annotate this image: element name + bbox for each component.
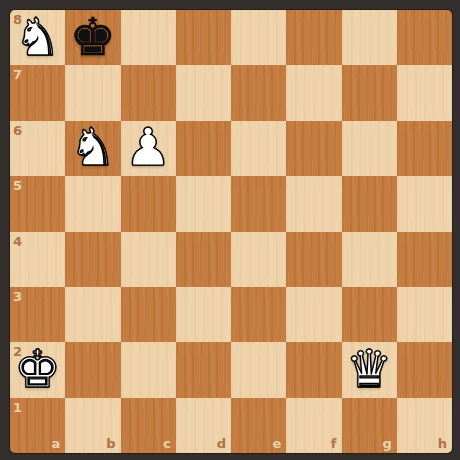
square-g6[interactable] (342, 121, 397, 176)
square-b3[interactable] (65, 287, 120, 342)
square-c6[interactable]: ♟ (121, 121, 176, 176)
white-pawn-c6[interactable]: ♟ (125, 121, 172, 173)
square-c4[interactable] (121, 232, 176, 287)
file-label-a: a (51, 437, 60, 450)
square-c1[interactable]: c (121, 398, 176, 453)
square-e5[interactable] (231, 176, 286, 231)
square-d5[interactable] (176, 176, 231, 231)
square-d4[interactable] (176, 232, 231, 287)
square-g7[interactable] (342, 65, 397, 120)
square-a8[interactable]: 8♞ (10, 10, 65, 65)
square-h2[interactable] (397, 342, 452, 397)
square-e1[interactable]: e (231, 398, 286, 453)
square-f6[interactable] (286, 121, 341, 176)
file-label-c: c (163, 437, 171, 450)
white-knight-a8[interactable]: ♞ (14, 11, 61, 63)
square-f1[interactable]: f (286, 398, 341, 453)
rank-label-7: 7 (13, 68, 22, 81)
rank-label-6: 6 (13, 124, 22, 137)
square-d2[interactable] (176, 342, 231, 397)
square-a3[interactable]: 3 (10, 287, 65, 342)
square-b6[interactable]: ♞ (65, 121, 120, 176)
square-h8[interactable] (397, 10, 452, 65)
square-f2[interactable] (286, 342, 341, 397)
square-f4[interactable] (286, 232, 341, 287)
square-b7[interactable] (65, 65, 120, 120)
square-a6[interactable]: 6 (10, 121, 65, 176)
square-d6[interactable] (176, 121, 231, 176)
rank-label-4: 4 (13, 235, 22, 248)
square-g3[interactable] (342, 287, 397, 342)
rank-label-1: 1 (13, 401, 22, 414)
square-c5[interactable] (121, 176, 176, 231)
black-king-b8[interactable]: ♚ (70, 11, 117, 63)
square-c2[interactable] (121, 342, 176, 397)
square-f3[interactable] (286, 287, 341, 342)
square-e6[interactable] (231, 121, 286, 176)
square-h3[interactable] (397, 287, 452, 342)
square-h7[interactable] (397, 65, 452, 120)
square-h5[interactable] (397, 176, 452, 231)
rank-label-5: 5 (13, 179, 22, 192)
square-e2[interactable] (231, 342, 286, 397)
square-a5[interactable]: 5 (10, 176, 65, 231)
file-label-e: e (272, 437, 281, 450)
rank-label-3: 3 (13, 290, 22, 303)
white-queen-g2[interactable]: ♛ (346, 343, 393, 395)
square-e4[interactable] (231, 232, 286, 287)
square-g4[interactable] (342, 232, 397, 287)
square-b1[interactable]: b (65, 398, 120, 453)
square-e8[interactable] (231, 10, 286, 65)
square-h1[interactable]: h (397, 398, 452, 453)
square-f8[interactable] (286, 10, 341, 65)
file-label-f: f (331, 437, 337, 450)
square-f7[interactable] (286, 65, 341, 120)
square-d7[interactable] (176, 65, 231, 120)
chess-board: 8♞♚76♞♟5432♚♛1abcdefgh (10, 10, 452, 453)
file-label-h: h (438, 437, 447, 450)
square-f5[interactable] (286, 176, 341, 231)
square-b2[interactable] (65, 342, 120, 397)
square-b5[interactable] (65, 176, 120, 231)
square-g2[interactable]: ♛ (342, 342, 397, 397)
square-e3[interactable] (231, 287, 286, 342)
square-b4[interactable] (65, 232, 120, 287)
square-g1[interactable]: g (342, 398, 397, 453)
square-a7[interactable]: 7 (10, 65, 65, 120)
square-c8[interactable] (121, 10, 176, 65)
white-knight-b6[interactable]: ♞ (70, 121, 117, 173)
square-a4[interactable]: 4 (10, 232, 65, 287)
square-d3[interactable] (176, 287, 231, 342)
square-g8[interactable] (342, 10, 397, 65)
white-king-a2[interactable]: ♚ (14, 343, 61, 395)
square-g5[interactable] (342, 176, 397, 231)
square-a1[interactable]: 1a (10, 398, 65, 453)
square-c7[interactable] (121, 65, 176, 120)
square-a2[interactable]: 2♚ (10, 342, 65, 397)
square-b8[interactable]: ♚ (65, 10, 120, 65)
square-h6[interactable] (397, 121, 452, 176)
square-d1[interactable]: d (176, 398, 231, 453)
file-label-d: d (217, 437, 226, 450)
square-e7[interactable] (231, 65, 286, 120)
file-label-b: b (106, 437, 115, 450)
square-h4[interactable] (397, 232, 452, 287)
file-label-g: g (382, 437, 391, 450)
square-d8[interactable] (176, 10, 231, 65)
square-c3[interactable] (121, 287, 176, 342)
